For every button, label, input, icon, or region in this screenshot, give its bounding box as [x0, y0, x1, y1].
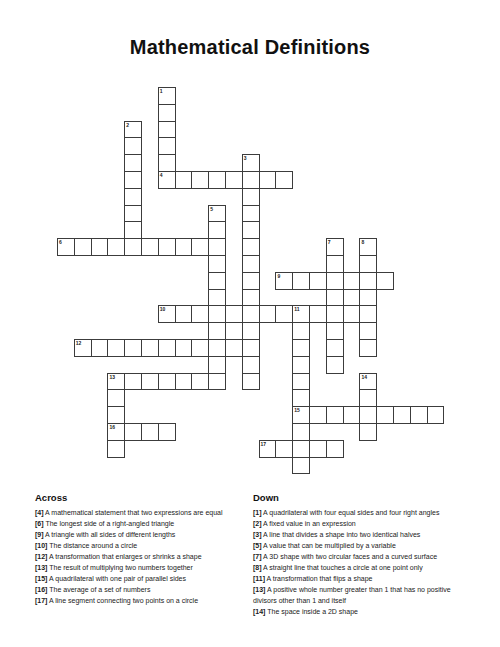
grid-cell-r5c8[interactable] [191, 171, 209, 189]
grid-cell-r18c18[interactable] [359, 389, 377, 407]
grid-cell-r5c4[interactable] [124, 171, 142, 189]
grid-cell-r5c6[interactable]: 4 [158, 171, 176, 189]
grid-cell-r14c16[interactable] [326, 322, 344, 340]
grid-cell-r19c14[interactable]: 15 [292, 406, 310, 424]
clue-item-down-11: [11] A transformation that flips a shape [253, 573, 463, 584]
clue-item-down-7: [7] A 3D shape with two circular faces a… [253, 551, 463, 562]
grid-cell-r11c19[interactable] [376, 272, 394, 290]
clue-item-down-2: [2] A fixed value in an expression [253, 518, 463, 529]
grid-cell-r12c11[interactable] [242, 289, 260, 307]
clue-item-number: [10] [35, 542, 47, 549]
grid-cell-r14c11[interactable] [242, 322, 260, 340]
grid-cell-r8c9[interactable] [208, 221, 226, 239]
grid-cell-r15c1[interactable]: 12 [74, 339, 92, 357]
grid-cell-r13c8[interactable] [191, 305, 209, 323]
grid-cell-r5c10[interactable] [225, 171, 243, 189]
clue-number-6: 6 [59, 239, 62, 245]
clue-number-16: 16 [109, 424, 115, 430]
grid-cell-r9c2[interactable] [91, 238, 109, 256]
grid-cell-r16c9[interactable] [208, 356, 226, 374]
grid-cell-r15c14[interactable] [292, 339, 310, 357]
grid-cell-r15c6[interactable] [158, 339, 176, 357]
grid-cell-r17c8[interactable] [191, 373, 209, 391]
grid-cell-r4c4[interactable] [124, 154, 142, 172]
grid-cell-r20c6[interactable] [158, 423, 176, 441]
grid-cell-r10c18[interactable] [359, 255, 377, 273]
grid-cell-r2c6[interactable] [158, 121, 176, 139]
clue-item-across-13: [13] The result of multiplying two numbe… [35, 562, 245, 573]
grid-cell-r13c18[interactable] [359, 305, 377, 323]
grid-cell-r10c11[interactable] [242, 255, 260, 273]
grid-cell-r15c2[interactable] [91, 339, 109, 357]
grid-cell-r21c16[interactable] [326, 440, 344, 458]
grid-cell-r9c9[interactable] [208, 238, 226, 256]
grid-cell-r15c4[interactable] [124, 339, 142, 357]
grid-cell-r6c11[interactable] [242, 188, 260, 206]
grid-cell-r13c14[interactable]: 11 [292, 305, 310, 323]
clue-item-across-6: [6] The longest side of a right-angled t… [35, 518, 245, 529]
grid-cell-r17c7[interactable] [175, 373, 193, 391]
grid-cell-r19c22[interactable] [427, 406, 445, 424]
grid-cell-r2c4[interactable]: 2 [124, 121, 142, 139]
grid-cell-r7c4[interactable] [124, 205, 142, 223]
clue-item-across-16: [16] The average of a set of numbers [35, 584, 245, 595]
across-heading: Across [35, 492, 245, 503]
grid-cell-r14c14[interactable] [292, 322, 310, 340]
grid-cell-r11c15[interactable] [309, 272, 327, 290]
grid-cell-r15c11[interactable] [242, 339, 260, 357]
grid-cell-r17c4[interactable] [124, 373, 142, 391]
grid-cell-r4c6[interactable] [158, 154, 176, 172]
clue-item-down-5: [5] A value that can be multiplied by a … [253, 540, 463, 551]
grid-cell-r21c14[interactable] [292, 440, 310, 458]
clue-item-down-3: [3] A line that divides a shape into two… [253, 529, 463, 540]
grid-cell-r13c17[interactable] [343, 305, 361, 323]
clue-item-number: [4] [35, 509, 44, 516]
grid-cell-r13c11[interactable] [242, 305, 260, 323]
grid-cell-r7c11[interactable] [242, 205, 260, 223]
grid-cell-r15c9[interactable] [208, 339, 226, 357]
grid-cell-r21c13[interactable] [275, 440, 293, 458]
grid-cell-r20c5[interactable] [141, 423, 159, 441]
grid-cell-r7c9[interactable]: 5 [208, 205, 226, 223]
clue-item-down-8: [8] A straight line that touches a circl… [253, 562, 463, 573]
grid-cell-r17c9[interactable] [208, 373, 226, 391]
grid-cell-r20c4[interactable] [124, 423, 142, 441]
grid-cell-r5c7[interactable] [175, 171, 193, 189]
clue-number-5: 5 [210, 206, 213, 212]
grid-cell-r14c18[interactable] [359, 322, 377, 340]
clue-item-across-17: [17] A line segment connecting two point… [35, 595, 245, 606]
grid-cell-r19c21[interactable] [410, 406, 428, 424]
grid-cell-r12c9[interactable] [208, 289, 226, 307]
down-clue-list: [1] A quadrilateral with four equal side… [253, 507, 463, 617]
grid-cell-r17c3[interactable]: 13 [107, 373, 125, 391]
down-clues-section: Down [1] A quadrilateral with four equal… [253, 492, 463, 617]
clue-number-10: 10 [160, 306, 166, 312]
clue-number-7: 7 [328, 239, 331, 245]
clue-item-number: [3] [253, 531, 262, 538]
grid-cell-r18c14[interactable] [292, 389, 310, 407]
grid-cell-r13c9[interactable] [208, 305, 226, 323]
clue-item-number: [7] [253, 553, 262, 560]
grid-cell-r11c17[interactable] [343, 272, 361, 290]
grid-cell-r16c16[interactable] [326, 356, 344, 374]
grid-cell-r15c18[interactable] [359, 339, 377, 357]
grid-cell-r20c14[interactable] [292, 423, 310, 441]
grid-cell-r5c12[interactable] [259, 171, 277, 189]
grid-cell-r11c16[interactable] [326, 272, 344, 290]
grid-cell-r20c18[interactable] [359, 423, 377, 441]
clue-item-number: [17] [35, 597, 47, 604]
clue-item-across-15: [15] A quadrilateral with one pair of pa… [35, 573, 245, 584]
grid-cell-r19c17[interactable] [343, 406, 361, 424]
grid-cell-r10c9[interactable] [208, 255, 226, 273]
clue-item-down-14: [14] The space inside a 2D shape [253, 606, 463, 617]
clue-number-2: 2 [126, 122, 129, 128]
grid-cell-r12c18[interactable] [359, 289, 377, 307]
grid-cell-r9c6[interactable] [158, 238, 176, 256]
grid-cell-r19c3[interactable] [107, 406, 125, 424]
grid-cell-r15c16[interactable] [326, 339, 344, 357]
grid-cell-r17c5[interactable] [141, 373, 159, 391]
grid-cell-r19c19[interactable] [376, 406, 394, 424]
clue-item-number: [8] [253, 564, 262, 571]
clue-number-4: 4 [160, 172, 163, 178]
grid-cell-r16c14[interactable] [292, 356, 310, 374]
grid-cell-r13c13[interactable] [275, 305, 293, 323]
grid-cell-r13c15[interactable] [309, 305, 327, 323]
grid-cell-r8c11[interactable] [242, 221, 260, 239]
clue-item-down-13: [13] A positive whole number greater tha… [253, 584, 463, 606]
grid-cell-r9c8[interactable] [191, 238, 209, 256]
grid-cell-r17c18[interactable]: 14 [359, 373, 377, 391]
grid-cell-r14c9[interactable] [208, 322, 226, 340]
clue-item-number: [13] [35, 564, 47, 571]
across-clues-section: Across [4] A mathematical statement that… [35, 492, 245, 606]
clue-item-number: [13] [253, 586, 265, 593]
clue-number-8: 8 [361, 239, 364, 245]
grid-cell-r15c7[interactable] [175, 339, 193, 357]
grid-cell-r15c5[interactable] [141, 339, 159, 357]
clue-item-number: [2] [253, 520, 262, 527]
clue-number-13: 13 [109, 374, 115, 380]
clue-item-across-4: [4] A mathematical statement that two ex… [35, 507, 245, 518]
grid-cell-r22c14[interactable] [292, 457, 310, 475]
clue-item-across-12: [12] A transformation that enlarges or s… [35, 551, 245, 562]
grid-cell-r13c7[interactable] [175, 305, 193, 323]
clue-number-3: 3 [244, 155, 247, 161]
grid-cell-r5c11[interactable] [242, 171, 260, 189]
clue-item-number: [15] [35, 575, 47, 582]
down-heading: Down [253, 492, 463, 503]
grid-cell-r11c18[interactable] [359, 272, 377, 290]
grid-cell-r21c15[interactable] [309, 440, 327, 458]
clue-item-number: [14] [253, 608, 265, 615]
grid-cell-r9c16[interactable]: 7 [326, 238, 344, 256]
clue-number-11: 11 [294, 306, 299, 312]
grid-cell-r6c4[interactable] [124, 188, 142, 206]
grid-cell-r4c11[interactable]: 3 [242, 154, 260, 172]
clue-number-17: 17 [261, 441, 267, 447]
clue-item-down-1: [1] A quadrilateral with four equal side… [253, 507, 463, 518]
clue-number-12: 12 [76, 340, 82, 346]
clue-item-number: [6] [35, 520, 44, 527]
grid-cell-r13c10[interactable] [225, 305, 243, 323]
clue-number-15: 15 [294, 407, 300, 413]
grid-cell-r5c13[interactable] [275, 171, 293, 189]
grid-cell-r19c20[interactable] [393, 406, 411, 424]
grid-cell-r9c4[interactable] [124, 238, 142, 256]
grid-cell-r11c13[interactable]: 9 [275, 272, 293, 290]
grid-cell-r9c5[interactable] [141, 238, 159, 256]
grid-cell-r9c0[interactable]: 6 [57, 238, 75, 256]
grid-cell-r20c3[interactable]: 16 [107, 423, 125, 441]
grid-cell-r19c16[interactable] [326, 406, 344, 424]
grid-cell-r0c6[interactable]: 1 [158, 87, 176, 105]
clue-item-number: [5] [253, 542, 262, 549]
clue-number-14: 14 [361, 374, 367, 380]
page-title: Mathematical Definitions [0, 36, 500, 59]
across-clue-list: [4] A mathematical statement that two ex… [35, 507, 245, 606]
grid-cell-r10c16[interactable] [326, 255, 344, 273]
grid-cell-r21c3[interactable] [107, 440, 125, 458]
grid-cell-r15c8[interactable] [191, 339, 209, 357]
clue-item-number: [1] [253, 509, 262, 516]
grid-cell-r21c12[interactable]: 17 [259, 440, 277, 458]
grid-cell-r12c16[interactable] [326, 289, 344, 307]
grid-cell-r9c7[interactable] [175, 238, 193, 256]
grid-cell-r16c11[interactable] [242, 356, 260, 374]
clue-item-number: [9] [35, 531, 44, 538]
grid-cell-r11c9[interactable] [208, 272, 226, 290]
grid-cell-r5c9[interactable] [208, 171, 226, 189]
grid-cell-r19c18[interactable] [359, 406, 377, 424]
grid-cell-r9c3[interactable] [107, 238, 125, 256]
clue-item-number: [16] [35, 586, 47, 593]
grid-cell-r9c11[interactable] [242, 238, 260, 256]
grid-cell-r15c3[interactable] [107, 339, 125, 357]
grid-cell-r11c14[interactable] [292, 272, 310, 290]
grid-cell-r8c4[interactable] [124, 221, 142, 239]
clue-item-across-9: [9] A triangle with all sides of differe… [35, 529, 245, 540]
clue-item-across-10: [10] The distance around a circle [35, 540, 245, 551]
grid-cell-r13c16[interactable] [326, 305, 344, 323]
grid-cell-r9c1[interactable] [74, 238, 92, 256]
grid-cell-r11c11[interactable] [242, 272, 260, 290]
grid-cell-r3c4[interactable] [124, 137, 142, 155]
grid-cell-r17c11[interactable] [242, 373, 260, 391]
grid-cell-r9c18[interactable]: 8 [359, 238, 377, 256]
grid-cell-r3c6[interactable] [158, 137, 176, 155]
grid-cell-r13c6[interactable]: 10 [158, 305, 176, 323]
clue-item-number: [11] [253, 575, 265, 582]
grid-cell-r19c15[interactable] [309, 406, 327, 424]
grid-cell-r18c3[interactable] [107, 389, 125, 407]
grid-cell-r15c10[interactable] [225, 339, 243, 357]
grid-cell-r1c6[interactable] [158, 104, 176, 122]
clue-item-number: [12] [35, 553, 47, 560]
grid-cell-r17c6[interactable] [158, 373, 176, 391]
grid-cell-r17c14[interactable] [292, 373, 310, 391]
clue-number-1: 1 [160, 88, 163, 94]
clue-number-9: 9 [277, 273, 280, 279]
grid-cell-r13c12[interactable] [259, 305, 277, 323]
